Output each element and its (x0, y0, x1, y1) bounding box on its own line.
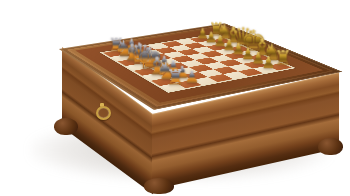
chess-case-top: ♜♟♟♜♞♟♟♞♝♟♟♝♛♟♟♛♚♟♟♚♝♟♟♝♞♟♟♞♜♟♟♜ (59, 23, 343, 110)
chess-board-3d-scene: ♜♟♟♜♞♟♟♞♝♟♟♝♛♟♟♛♚♟♟♚♝♟♟♝♞♟♟♞♜♟♟♜ (0, 0, 350, 196)
piece-black-rook[interactable]: ♜ (162, 67, 189, 89)
pieces-plane: ♜♟♟♜♞♟♟♞♝♟♟♝♛♟♟♛♚♟♟♚♝♟♟♝♞♟♟♞♜♟♟♜ (59, 23, 343, 110)
piece-white-pawn[interactable]: ♟ (256, 55, 281, 71)
chess-set-photo: ♜♟♟♜♞♟♟♞♝♟♟♝♛♟♟♛♚♟♟♚♝♟♟♝♞♟♟♞♜♟♟♜ (0, 0, 350, 196)
